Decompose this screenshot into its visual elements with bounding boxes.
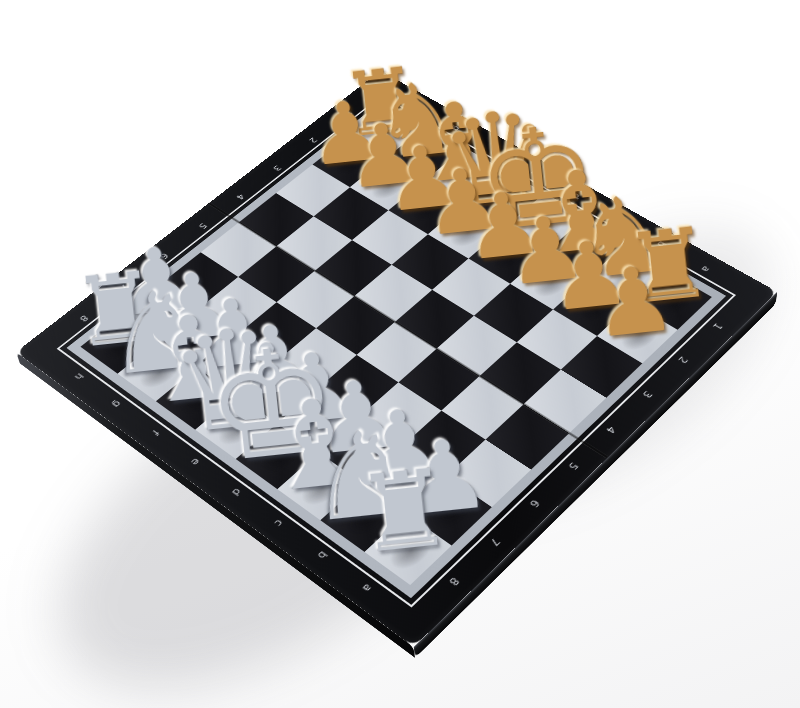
file-label-g: g xyxy=(105,395,128,413)
rank-label-3: 3 xyxy=(635,385,658,403)
rank-label-far-4: 4 xyxy=(229,189,250,204)
rank-label-far-5: 5 xyxy=(192,218,213,233)
playing-area: ♜♟♟♜♞♟♟♞♝♟♟♝♛♟♟♛♚♟♟♚♝♟♟♝♞♟♟♞♜♟♟♜ xyxy=(66,101,726,598)
file-label-h: h xyxy=(67,367,90,385)
file-label-d: d xyxy=(224,482,248,502)
rank-label-1: 1 xyxy=(706,317,729,334)
product-photo-scene: ♜♟♟♜♞♟♟♞♝♟♟♝♛♟♟♛♚♟♟♚♝♟♟♝♞♟♟♞♜♟♟♜ hhggffe… xyxy=(0,0,800,708)
rank-label-4: 4 xyxy=(598,420,622,439)
file-label-a: a xyxy=(354,577,379,598)
rank-label-2: 2 xyxy=(671,351,694,369)
file-label-f: f xyxy=(143,423,166,442)
file-label-e: e xyxy=(183,452,207,471)
square-a8: ♜ xyxy=(365,514,452,585)
file-label-b: b xyxy=(310,544,335,565)
rank-label-6: 6 xyxy=(522,493,546,513)
board-grid: ♜♟♟♜♞♟♟♞♝♟♟♝♛♟♟♛♚♟♟♚♝♟♟♝♞♟♟♞♜♟♟♜ xyxy=(80,109,711,585)
chess-board-wrapper: ♜♟♟♜♞♟♟♞♝♟♟♝♛♟♟♛♚♟♟♚♝♟♟♝♞♟♟♞♜♟♟♜ hhggffe… xyxy=(98,25,691,618)
rank-label-7: 7 xyxy=(482,531,507,552)
rank-label-far-3: 3 xyxy=(266,161,287,176)
file-label-c: c xyxy=(266,513,290,533)
rank-label-8: 8 xyxy=(441,570,466,591)
rank-label-5: 5 xyxy=(561,456,585,475)
